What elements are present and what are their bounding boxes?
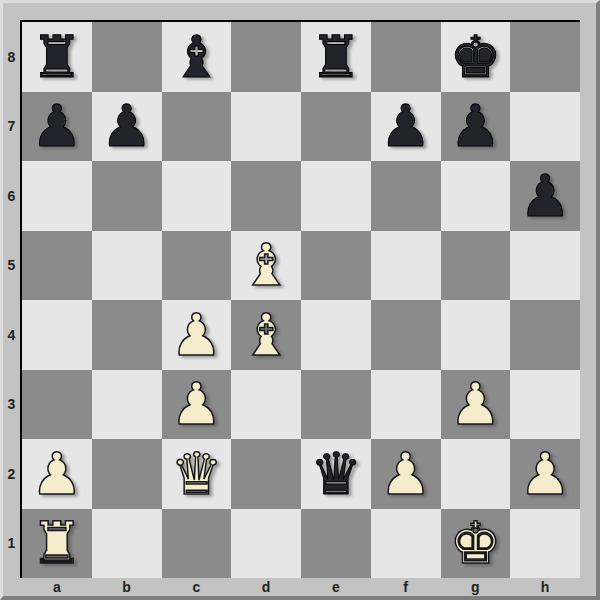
square-g5[interactable] <box>441 231 511 301</box>
square-c3[interactable]: ♟ <box>162 370 232 440</box>
piece-white-pawn-h2[interactable]: ♟ <box>519 445 571 503</box>
piece-white-queen-c2[interactable]: ♛ <box>170 445 222 503</box>
piece-white-rook-a1[interactable]: ♜ <box>31 514 83 572</box>
square-d6[interactable] <box>231 161 301 231</box>
square-c1[interactable] <box>162 509 232 579</box>
square-g4[interactable] <box>441 300 511 370</box>
square-g7[interactable]: ♟ <box>441 92 511 162</box>
square-e6[interactable] <box>301 161 371 231</box>
square-g2[interactable] <box>441 439 511 509</box>
square-b1[interactable] <box>92 509 162 579</box>
piece-black-rook-a8[interactable]: ♜ <box>31 28 83 86</box>
square-d1[interactable] <box>231 509 301 579</box>
square-a4[interactable] <box>22 300 92 370</box>
square-c4[interactable]: ♟ <box>162 300 232 370</box>
square-d8[interactable] <box>231 22 301 92</box>
piece-black-king-g8[interactable]: ♚ <box>449 28 501 86</box>
square-b7[interactable]: ♟ <box>92 92 162 162</box>
square-g3[interactable]: ♟ <box>441 370 511 440</box>
square-c6[interactable] <box>162 161 232 231</box>
square-b2[interactable] <box>92 439 162 509</box>
rank-label-2: 2 <box>8 467 16 481</box>
square-f1[interactable] <box>371 509 441 579</box>
file-label-b: b <box>122 580 131 594</box>
piece-white-pawn-a2[interactable]: ♟ <box>31 445 83 503</box>
piece-white-king-g1[interactable]: ♚ <box>449 514 501 572</box>
square-h1[interactable] <box>510 509 580 579</box>
square-f5[interactable] <box>371 231 441 301</box>
square-e8[interactable]: ♜ <box>301 22 371 92</box>
square-d2[interactable] <box>231 439 301 509</box>
rank-label-4: 4 <box>8 328 16 342</box>
square-a2[interactable]: ♟ <box>22 439 92 509</box>
square-e7[interactable] <box>301 92 371 162</box>
square-f3[interactable] <box>371 370 441 440</box>
file-label-d: d <box>262 580 271 594</box>
square-b6[interactable] <box>92 161 162 231</box>
square-e5[interactable] <box>301 231 371 301</box>
square-b5[interactable] <box>92 231 162 301</box>
square-f2[interactable]: ♟ <box>371 439 441 509</box>
rank-label-3: 3 <box>8 397 16 411</box>
square-f4[interactable] <box>371 300 441 370</box>
piece-black-pawn-b7[interactable]: ♟ <box>101 97 153 155</box>
file-label-g: g <box>471 580 480 594</box>
rank-label-7: 7 <box>8 119 16 133</box>
square-e4[interactable] <box>301 300 371 370</box>
square-f6[interactable] <box>371 161 441 231</box>
square-d3[interactable] <box>231 370 301 440</box>
square-c7[interactable] <box>162 92 232 162</box>
square-f8[interactable] <box>371 22 441 92</box>
square-h7[interactable] <box>510 92 580 162</box>
square-h4[interactable] <box>510 300 580 370</box>
square-g8[interactable]: ♚ <box>441 22 511 92</box>
file-label-f: f <box>403 580 408 594</box>
square-a5[interactable] <box>22 231 92 301</box>
file-label-c: c <box>192 580 200 594</box>
piece-black-pawn-a7[interactable]: ♟ <box>31 97 83 155</box>
file-label-a: a <box>53 580 61 594</box>
piece-black-pawn-h6[interactable]: ♟ <box>519 167 571 225</box>
square-h8[interactable] <box>510 22 580 92</box>
square-d7[interactable] <box>231 92 301 162</box>
square-b8[interactable] <box>92 22 162 92</box>
piece-black-bishop-c8[interactable]: ♝ <box>170 28 222 86</box>
square-a1[interactable]: ♜ <box>22 509 92 579</box>
square-g6[interactable] <box>441 161 511 231</box>
piece-black-queen-e2[interactable]: ♛ <box>310 445 362 503</box>
piece-white-pawn-c4[interactable]: ♟ <box>170 306 222 364</box>
file-label-h: h <box>541 580 550 594</box>
square-e2[interactable]: ♛ <box>301 439 371 509</box>
square-e1[interactable] <box>301 509 371 579</box>
square-b4[interactable] <box>92 300 162 370</box>
piece-white-bishop-d4[interactable]: ♝ <box>240 306 292 364</box>
square-e3[interactable] <box>301 370 371 440</box>
square-h3[interactable] <box>510 370 580 440</box>
piece-black-rook-e8[interactable]: ♜ <box>310 28 362 86</box>
square-c2[interactable]: ♛ <box>162 439 232 509</box>
square-h6[interactable]: ♟ <box>510 161 580 231</box>
piece-white-pawn-g3[interactable]: ♟ <box>449 375 501 433</box>
file-labels: abcdefgh <box>22 578 580 596</box>
square-h5[interactable] <box>510 231 580 301</box>
rank-labels: 87654321 <box>3 22 20 578</box>
square-c5[interactable] <box>162 231 232 301</box>
rank-label-5: 5 <box>8 258 16 272</box>
square-h2[interactable]: ♟ <box>510 439 580 509</box>
square-f7[interactable]: ♟ <box>371 92 441 162</box>
rank-label-1: 1 <box>8 536 16 550</box>
square-a7[interactable]: ♟ <box>22 92 92 162</box>
piece-white-pawn-c3[interactable]: ♟ <box>170 375 222 433</box>
square-a6[interactable] <box>22 161 92 231</box>
diagram-frame: 87654321 abcdefgh ♜♝♜♚♟♟♟♟♟♝♟♝♟♟♟♛♛♟♟♜♚ <box>0 0 600 600</box>
square-b3[interactable] <box>92 370 162 440</box>
piece-white-pawn-f2[interactable]: ♟ <box>380 445 432 503</box>
piece-white-bishop-d5[interactable]: ♝ <box>240 236 292 294</box>
chess-board[interactable]: ♜♝♜♚♟♟♟♟♟♝♟♝♟♟♟♛♛♟♟♜♚ <box>20 20 580 578</box>
piece-black-pawn-f7[interactable]: ♟ <box>380 97 432 155</box>
square-d4[interactable]: ♝ <box>231 300 301 370</box>
file-label-e: e <box>332 580 340 594</box>
square-a8[interactable]: ♜ <box>22 22 92 92</box>
rank-label-8: 8 <box>8 50 16 64</box>
square-a3[interactable] <box>22 370 92 440</box>
square-g1[interactable]: ♚ <box>441 509 511 579</box>
square-c8[interactable]: ♝ <box>162 22 232 92</box>
square-d5[interactable]: ♝ <box>231 231 301 301</box>
rank-label-6: 6 <box>8 189 16 203</box>
piece-black-pawn-g7[interactable]: ♟ <box>449 97 501 155</box>
